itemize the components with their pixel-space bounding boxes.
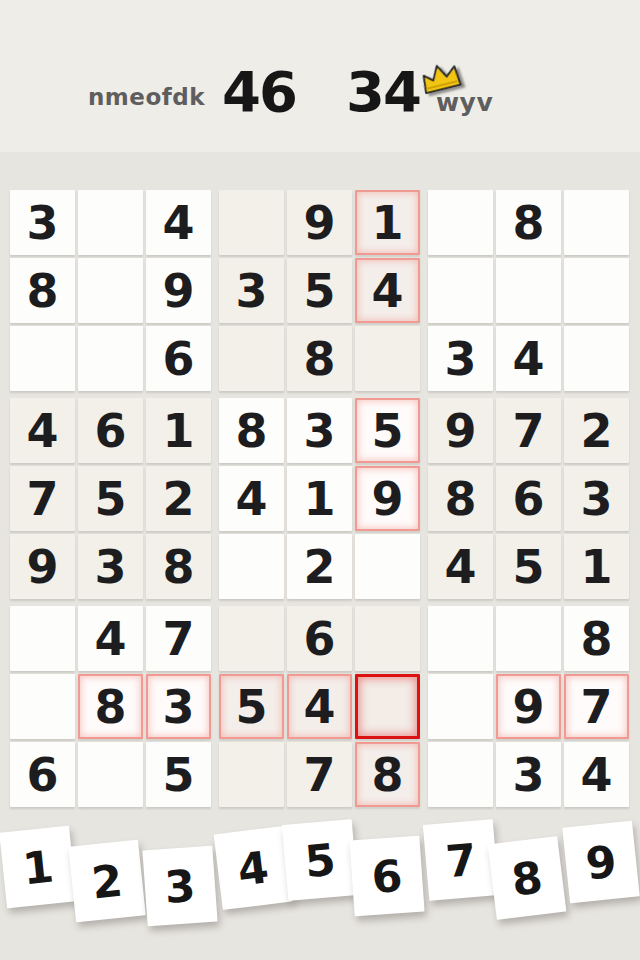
left-player-score: 46 — [222, 64, 296, 120]
cell-r3c8[interactable]: 4 — [496, 326, 561, 391]
cell-r4c3[interactable]: 1 — [146, 398, 211, 463]
left-player-name: nmeofdk — [88, 84, 205, 110]
cell-r9c8[interactable]: 3 — [496, 742, 561, 807]
cell-r5c8[interactable]: 6 — [496, 466, 561, 531]
tray-tile-3[interactable]: 3 — [142, 846, 217, 927]
cell-r1c5[interactable]: 9 — [287, 190, 352, 255]
cell-r3c7[interactable]: 3 — [428, 326, 493, 391]
cell-r7c9[interactable]: 8 — [564, 606, 629, 671]
cell-r2c1[interactable]: 8 — [10, 258, 75, 323]
cell-r3c9[interactable] — [564, 326, 629, 391]
cell-r9c9[interactable]: 4 — [564, 742, 629, 807]
cell-r2c2[interactable] — [78, 258, 143, 323]
cell-r9c6[interactable]: 8 — [355, 742, 420, 807]
cell-r3c5[interactable]: 8 — [287, 326, 352, 391]
cell-r3c6[interactable] — [355, 326, 420, 391]
cell-r5c9[interactable]: 3 — [564, 466, 629, 531]
cell-r2c3[interactable]: 9 — [146, 258, 211, 323]
cell-r3c4[interactable] — [219, 326, 284, 391]
number-tray: 123456789 — [0, 822, 640, 942]
cell-r7c8[interactable] — [496, 606, 561, 671]
cell-r7c7[interactable] — [428, 606, 493, 671]
cell-r8c8[interactable]: 9 — [496, 674, 561, 739]
cell-r1c4[interactable] — [219, 190, 284, 255]
cell-r4c5[interactable]: 3 — [287, 398, 352, 463]
cell-r5c7[interactable]: 8 — [428, 466, 493, 531]
cell-r5c2[interactable]: 5 — [78, 466, 143, 531]
cell-r5c6[interactable]: 9 — [355, 466, 420, 531]
cell-r6c7[interactable]: 4 — [428, 534, 493, 599]
tray-tile-8[interactable]: 8 — [488, 836, 567, 920]
cell-r8c4[interactable]: 5 — [219, 674, 284, 739]
cell-r4c1[interactable]: 4 — [10, 398, 75, 463]
cell-r5c1[interactable]: 7 — [10, 466, 75, 531]
tray-tile-2[interactable]: 2 — [68, 840, 146, 923]
cell-r1c2[interactable] — [78, 190, 143, 255]
sudoku-board: 3491889354683446183597275241986393824514… — [10, 190, 629, 807]
cell-r6c9[interactable]: 1 — [564, 534, 629, 599]
cell-r7c1[interactable] — [10, 606, 75, 671]
cell-r2c8[interactable] — [496, 258, 561, 323]
cell-r2c4[interactable]: 3 — [219, 258, 284, 323]
cell-r7c6[interactable] — [355, 606, 420, 671]
cell-r1c3[interactable]: 4 — [146, 190, 211, 255]
cell-r9c1[interactable]: 6 — [10, 742, 75, 807]
cell-r6c4[interactable] — [219, 534, 284, 599]
cell-r8c7[interactable] — [428, 674, 493, 739]
cell-r1c1[interactable]: 3 — [10, 190, 75, 255]
cell-r7c5[interactable]: 6 — [287, 606, 352, 671]
cell-r7c2[interactable]: 4 — [78, 606, 143, 671]
cell-r2c9[interactable] — [564, 258, 629, 323]
cell-r6c5[interactable]: 2 — [287, 534, 352, 599]
right-player-score: 34 — [346, 64, 420, 120]
cell-r1c8[interactable]: 8 — [496, 190, 561, 255]
cell-r8c9[interactable]: 7 — [564, 674, 629, 739]
cell-r5c5[interactable]: 1 — [287, 466, 352, 531]
cell-r8c1[interactable] — [10, 674, 75, 739]
cell-r8c2[interactable]: 8 — [78, 674, 143, 739]
cell-r7c3[interactable]: 7 — [146, 606, 211, 671]
tray-tile-9[interactable]: 9 — [562, 821, 640, 904]
cell-r9c4[interactable] — [219, 742, 284, 807]
cell-r5c3[interactable]: 2 — [146, 466, 211, 531]
cell-r9c7[interactable] — [428, 742, 493, 807]
tray-tile-5[interactable]: 5 — [282, 819, 358, 901]
cell-r9c5[interactable]: 7 — [287, 742, 352, 807]
cell-r6c1[interactable]: 9 — [10, 534, 75, 599]
cell-r4c4[interactable]: 8 — [219, 398, 284, 463]
cell-r2c6[interactable]: 4 — [355, 258, 420, 323]
cell-r1c7[interactable] — [428, 190, 493, 255]
cell-r3c3[interactable]: 6 — [146, 326, 211, 391]
cell-r4c7[interactable]: 9 — [428, 398, 493, 463]
cell-r6c2[interactable]: 3 — [78, 534, 143, 599]
cell-r4c9[interactable]: 2 — [564, 398, 629, 463]
cell-r8c5[interactable]: 4 — [287, 674, 352, 739]
cell-r2c7[interactable] — [428, 258, 493, 323]
cell-r4c6[interactable]: 5 — [355, 398, 420, 463]
cell-r9c2[interactable] — [78, 742, 143, 807]
cell-r7c4[interactable] — [219, 606, 284, 671]
cell-r6c8[interactable]: 5 — [496, 534, 561, 599]
cell-r4c8[interactable]: 7 — [496, 398, 561, 463]
cell-r3c1[interactable] — [10, 326, 75, 391]
tray-tile-4[interactable]: 4 — [214, 826, 293, 910]
cell-r3c2[interactable] — [78, 326, 143, 391]
cell-r1c6[interactable]: 1 — [355, 190, 420, 255]
cell-r8c3[interactable]: 3 — [146, 674, 211, 739]
cell-r1c9[interactable] — [564, 190, 629, 255]
header-background — [0, 0, 640, 152]
tray-tile-6[interactable]: 6 — [349, 836, 424, 917]
cell-r8c6[interactable] — [355, 674, 420, 739]
tray-tile-1[interactable]: 1 — [0, 826, 77, 909]
cell-r6c6[interactable] — [355, 534, 420, 599]
cell-r6c3[interactable]: 8 — [146, 534, 211, 599]
cell-r2c5[interactable]: 5 — [287, 258, 352, 323]
cell-r5c4[interactable]: 4 — [219, 466, 284, 531]
cell-r9c3[interactable]: 5 — [146, 742, 211, 807]
cell-r4c2[interactable]: 6 — [78, 398, 143, 463]
tray-tile-7[interactable]: 7 — [423, 819, 499, 901]
